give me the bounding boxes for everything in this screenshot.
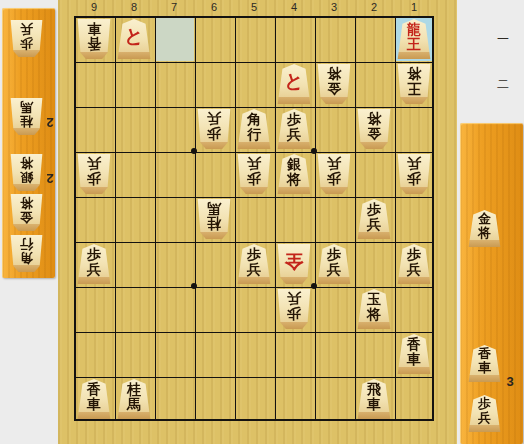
gote-hand-count-knight: 2 [43,115,57,130]
piece-glyph: 歩兵 [77,155,111,188]
gote-captured-stand[interactable]: 歩兵桂馬2銀将2金将角行 [2,8,55,278]
rank-label-1: 一 [494,31,512,47]
file-label-6: 6 [194,0,234,14]
piece-kanji: 歩 [247,247,261,262]
piece-kanji: 玉 [367,292,381,307]
shogi-board[interactable]: 987654321 一二三四五六七八九 香車と龍王と金将王将歩兵角行歩兵金将歩兵… [58,0,457,444]
hoshi-dot [311,283,317,289]
piece-kanji: 将 [20,156,33,170]
piece-kanji: 金 [327,82,341,97]
gote-silver[interactable]: 銀将 [10,154,43,191]
gote-pawn[interactable]: 歩兵 [277,289,311,329]
piece-kanji: 王 [407,37,421,52]
piece-kanji: 歩 [407,247,421,262]
piece-kanji: 角 [247,112,261,127]
piece-kanji: 歩 [207,127,221,142]
piece-glyph: 歩兵 [277,290,311,323]
piece-kanji: 将 [367,112,381,127]
gote-lance[interactable]: 香車 [77,19,111,59]
piece-kanji: 将 [20,196,33,210]
piece-kanji: 香 [407,337,421,352]
piece-kanji: 金 [367,127,381,142]
piece-glyph: 桂馬 [197,200,231,233]
piece-kanji: 香 [87,382,101,397]
piece-kanji: 車 [87,397,101,412]
hoshi-dot [191,283,197,289]
piece-kanji: 銀 [287,157,301,172]
piece-kanji: 行 [20,237,33,251]
piece-kanji: 兵 [20,22,33,36]
gote-bishop[interactable]: 角行 [10,235,43,272]
piece-kanji: 将 [407,67,421,82]
piece-kanji: 歩 [367,202,381,217]
piece-kanji: 桂 [20,114,33,128]
piece-kanji: 兵 [327,262,341,277]
piece-kanji: 将 [367,307,381,322]
piece-glyph: 歩兵 [468,396,501,426]
piece-kanji: 車 [407,352,421,367]
piece-kanji: 桂 [207,217,221,232]
piece-kanji: 金 [20,210,33,224]
piece-glyph: 桂馬 [10,99,43,129]
file-label-8: 8 [114,0,154,14]
gote-knight[interactable]: 桂馬 [10,98,43,135]
rank-label-2: 二 [494,76,512,92]
piece-glyph: 銀将 [10,155,43,185]
piece-kanji: 飛 [367,382,381,397]
piece-kanji: 兵 [87,157,101,172]
piece-glyph: 歩兵 [317,155,351,188]
file-label-2: 2 [354,0,394,14]
file-label-9: 9 [74,0,114,14]
piece-glyph: 歩兵 [237,155,271,188]
file-label-7: 7 [154,0,194,14]
piece-kanji: 歩 [287,307,301,322]
gote-knight[interactable]: 桂馬 [197,199,231,239]
piece-glyph: 歩兵 [397,155,431,188]
shogi-app: { "game": "shogi", "position": { "sfen":… [0,0,524,444]
gote-pawn[interactable]: 歩兵 [10,20,43,57]
piece-kanji: 王 [407,82,421,97]
gote-pawn[interactable]: 歩兵 [237,154,271,194]
piece-kanji: 馬 [20,100,33,114]
piece-kanji: 兵 [247,262,261,277]
piece-kanji: 香 [87,37,101,52]
piece-glyph: 金将 [10,195,43,225]
gote-pawn[interactable]: 歩兵 [397,154,431,194]
file-label-3: 3 [314,0,354,14]
piece-glyph: 全 [277,245,311,278]
gote-promoted-silver[interactable]: 全 [277,244,311,284]
piece-kanji: 兵 [407,262,421,277]
piece-kanji: 車 [87,22,101,37]
piece-kanji: 行 [247,127,261,142]
piece-kanji: 歩 [478,397,491,411]
piece-kanji: と [284,72,303,92]
piece-kanji: 歩 [87,247,101,262]
piece-kanji: 歩 [247,172,261,187]
sente-lance[interactable]: 香車 [468,345,501,382]
file-label-5: 5 [234,0,274,14]
piece-glyph: 金将 [357,110,391,143]
piece-kanji: 全 [285,252,304,272]
piece-kanji: 金 [478,212,491,226]
piece-glyph: 歩兵 [197,110,231,143]
piece-kanji: 歩 [327,247,341,262]
piece-glyph: 角行 [10,236,43,266]
piece-kanji: 馬 [127,397,141,412]
piece-kanji: 兵 [287,292,301,307]
gote-pawn[interactable]: 歩兵 [317,154,351,194]
piece-kanji: 兵 [407,157,421,172]
piece-kanji: 兵 [478,411,491,425]
gote-hand-count-silver: 2 [43,171,57,186]
hoshi-dot [191,148,197,154]
piece-glyph: 歩兵 [10,21,43,51]
gote-pawn[interactable]: 歩兵 [77,154,111,194]
piece-kanji: と [124,27,143,47]
piece-kanji: 歩 [407,172,421,187]
piece-kanji: 将 [327,67,341,82]
hoshi-dot [311,148,317,154]
piece-kanji: 歩 [20,36,33,50]
gote-gold[interactable]: 金将 [10,194,43,231]
gote-gold[interactable]: 金将 [357,109,391,149]
piece-kanji: 兵 [87,262,101,277]
piece-glyph: 金将 [317,65,351,98]
piece-kanji: 桂 [127,382,141,397]
sente-hand-count-pawn: 3 [503,374,517,389]
sente-pawn[interactable]: 歩兵 [468,395,501,432]
piece-kanji: 将 [287,172,301,187]
gote-king[interactable]: 王将 [397,64,431,104]
sente-gold[interactable]: 金将 [468,210,501,247]
piece-kanji: 兵 [327,157,341,172]
piece-glyph: 王将 [397,65,431,98]
gote-gold[interactable]: 金将 [317,64,351,104]
piece-kanji: 兵 [247,157,261,172]
gote-pawn[interactable]: 歩兵 [197,109,231,149]
piece-glyph: 金将 [468,211,501,241]
piece-kanji: 角 [20,251,33,265]
piece-kanji: 龍 [407,22,421,37]
piece-kanji: 兵 [367,217,381,232]
piece-glyph: 香車 [468,346,501,376]
piece-kanji: 歩 [87,172,101,187]
sente-captured-stand[interactable]: 金将香車歩兵3 [460,123,523,444]
piece-kanji: 将 [478,226,491,240]
piece-kanji: 銀 [20,170,33,184]
piece-glyph: 香車 [77,20,111,53]
piece-kanji: 兵 [287,127,301,142]
piece-kanji: 香 [478,347,491,361]
piece-kanji: 歩 [327,172,341,187]
piece-kanji: 兵 [207,112,221,127]
file-label-1: 1 [394,0,434,14]
piece-kanji: 馬 [207,202,221,217]
piece-kanji: 車 [367,397,381,412]
file-label-4: 4 [274,0,314,14]
piece-kanji: 歩 [287,112,301,127]
piece-kanji: 車 [478,361,491,375]
